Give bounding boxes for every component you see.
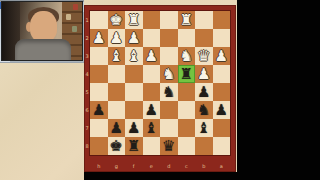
square-b4[interactable]: ♟ [195,65,213,83]
board-squares: ♚♜♜♟♟♟♝♝♟♞♛♟♞♜♟♞♟♟♟♞♟♟♟♝♝♚♜♛ [90,11,230,155]
square-b3[interactable]: ♛ [195,47,213,65]
piece-wP-b4: ♟ [197,65,210,83]
square-h2[interactable]: ♟ [90,29,108,47]
square-c1[interactable]: ♜ [178,11,196,29]
square-a7[interactable] [213,119,231,137]
rank-label-6: 6 [84,101,90,119]
square-d7[interactable] [160,119,178,137]
square-d3[interactable] [160,47,178,65]
file-label-f: f [125,163,143,169]
piece-bN-b6: ♞ [197,101,210,119]
square-c2[interactable] [178,29,196,47]
square-b5[interactable]: ♟ [195,83,213,101]
rank-label-4: 4 [84,65,90,83]
square-g7[interactable]: ♟ [108,119,126,137]
file-label-h: h [90,163,108,169]
piece-bP-e6: ♟ [145,101,158,119]
piece-bQ-d8: ♛ [162,137,175,155]
square-c5[interactable] [178,83,196,101]
rank-label-5: 5 [84,83,90,101]
rank-label-3: 3 [84,47,90,65]
rank-label-2: 2 [84,29,90,47]
square-g2[interactable]: ♟ [108,29,126,47]
piece-wB-f3: ♝ [127,47,140,65]
square-h7[interactable] [90,119,108,137]
piece-wQ-b3: ♛ [197,47,210,65]
square-d2[interactable] [160,29,178,47]
piece-wR-f1: ♜ [127,11,140,29]
piece-bP-a6: ♟ [215,101,228,119]
piece-wB-g3: ♝ [110,47,123,65]
square-d5[interactable]: ♞ [160,83,178,101]
piece-wP-e3: ♟ [145,47,158,65]
square-f6[interactable] [125,101,143,119]
person-face [30,11,57,42]
piece-bP-h6: ♟ [92,101,105,119]
file-label-g: g [108,163,126,169]
square-g3[interactable]: ♝ [108,47,126,65]
rank-label-7: 7 [84,119,90,137]
piece-wP-f2: ♟ [127,29,140,47]
square-h6[interactable]: ♟ [90,101,108,119]
square-e1[interactable] [143,11,161,29]
square-g1[interactable]: ♚ [108,11,126,29]
rank-labels: 12345678 [84,11,90,155]
piece-bR-c4: ♜ [180,65,193,83]
file-labels: hgfedcba [90,163,230,169]
letterbox-right [237,0,320,180]
square-c4[interactable]: ♜ [178,65,196,83]
square-a1[interactable] [213,11,231,29]
shelf-item [66,14,71,20]
square-e3[interactable]: ♟ [143,47,161,65]
square-d6[interactable] [160,101,178,119]
piece-bP-b5: ♟ [197,83,210,101]
shelf-item [73,4,78,10]
chess-board: ♚♜♜♟♟♟♝♝♟♞♛♟♞♜♟♞♟♟♟♞♟♟♟♝♝♚♜♛ hgfedcba 12… [84,5,236,172]
piece-bP-f7: ♟ [127,119,140,137]
piece-bP-g7: ♟ [110,119,123,137]
square-c3[interactable]: ♞ [178,47,196,65]
square-a6[interactable]: ♟ [213,101,231,119]
square-g4[interactable] [108,65,126,83]
square-e7[interactable]: ♝ [143,119,161,137]
square-a8[interactable] [213,137,231,155]
square-c8[interactable] [178,137,196,155]
piece-bK-g8: ♚ [110,137,123,155]
person-torso [15,39,71,60]
square-h3[interactable] [90,47,108,65]
webcam-video [2,2,82,60]
file-label-d: d [160,163,178,169]
square-d4[interactable]: ♞ [160,65,178,83]
file-label-b: b [195,163,213,169]
square-b6[interactable]: ♞ [195,101,213,119]
file-label-e: e [143,163,161,169]
square-g6[interactable] [108,101,126,119]
piece-bR-f8: ♜ [127,137,140,155]
piece-wP-a3: ♟ [215,47,228,65]
square-e5[interactable] [143,83,161,101]
stream-frame: ♚♜♜♟♟♟♝♝♟♞♛♟♞♜♟♞♟♟♟♞♟♟♟♝♝♚♜♛ hgfedcba 12… [0,0,320,180]
square-d1[interactable] [160,11,178,29]
square-h1[interactable] [90,11,108,29]
square-b1[interactable] [195,11,213,29]
square-f3[interactable]: ♝ [125,47,143,65]
square-f4[interactable] [125,65,143,83]
square-f5[interactable] [125,83,143,101]
square-e6[interactable]: ♟ [143,101,161,119]
shelf-item [72,26,77,32]
square-a5[interactable] [213,83,231,101]
square-f2[interactable]: ♟ [125,29,143,47]
rank-label-8: 8 [84,137,90,155]
file-label-a: a [213,163,231,169]
square-g8[interactable]: ♚ [108,137,126,155]
square-g5[interactable] [108,83,126,101]
square-c6[interactable] [178,101,196,119]
piece-wR-c1: ♜ [180,11,193,29]
square-a4[interactable] [213,65,231,83]
square-c7[interactable] [178,119,196,137]
square-b2[interactable] [195,29,213,47]
piece-wK-g1: ♚ [110,11,123,29]
square-h8[interactable] [90,137,108,155]
square-h4[interactable] [90,65,108,83]
square-e4[interactable] [143,65,161,83]
square-e2[interactable] [143,29,161,47]
square-b7[interactable]: ♝ [195,119,213,137]
square-a3[interactable]: ♟ [213,47,231,65]
piece-wP-h2: ♟ [92,29,105,47]
rank-label-1: 1 [84,11,90,29]
piece-wN-c3: ♞ [180,47,193,65]
square-h5[interactable] [90,83,108,101]
square-a2[interactable] [213,29,231,47]
square-f7[interactable]: ♟ [125,119,143,137]
piece-wN-d4: ♞ [162,65,175,83]
square-f8[interactable]: ♜ [125,137,143,155]
square-d8[interactable]: ♛ [160,137,178,155]
square-f1[interactable]: ♜ [125,11,143,29]
piece-bB-e7: ♝ [145,119,158,137]
square-b8[interactable] [195,137,213,155]
square-e8[interactable] [143,137,161,155]
piece-bN-d5: ♞ [162,83,175,101]
letterbox-bottom [84,172,237,180]
piece-bB-b7: ♝ [197,119,210,137]
file-label-c: c [178,163,196,169]
piece-wP-g2: ♟ [110,29,123,47]
